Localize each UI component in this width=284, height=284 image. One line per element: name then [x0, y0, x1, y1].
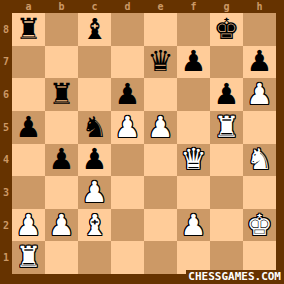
square-d1[interactable]: [111, 241, 144, 274]
square-c1[interactable]: [78, 241, 111, 274]
square-h5[interactable]: [243, 111, 276, 144]
square-g5[interactable]: ♜: [210, 111, 243, 144]
square-b1[interactable]: [45, 241, 78, 274]
square-g3[interactable]: [210, 176, 243, 209]
square-a3[interactable]: [12, 176, 45, 209]
square-a8[interactable]: ♜: [12, 13, 45, 46]
black-pawn-g6: ♟: [214, 80, 240, 109]
square-b7[interactable]: [45, 46, 78, 79]
square-h3[interactable]: [243, 176, 276, 209]
rank-label-2: 2: [0, 209, 12, 242]
black-king-g8: ♚: [214, 15, 240, 44]
chess-board-diagram: abcdefgh 87654321 ♜♝♚♛♟♟♜♟♟♟♟♞♟♟♜♟♟♛♞♟♟♟…: [0, 0, 284, 284]
white-pawn-h6: ♟: [247, 80, 273, 109]
rank-label-3: 3: [0, 176, 12, 209]
square-e4[interactable]: [144, 144, 177, 177]
file-labels: abcdefgh: [12, 0, 276, 13]
square-e2[interactable]: [144, 209, 177, 242]
rank-label-5: 5: [0, 111, 12, 144]
square-b5[interactable]: [45, 111, 78, 144]
file-label-a: a: [12, 0, 45, 13]
square-f2[interactable]: ♟: [177, 209, 210, 242]
square-d6[interactable]: ♟: [111, 78, 144, 111]
file-label-g: g: [210, 0, 243, 13]
square-h6[interactable]: ♟: [243, 78, 276, 111]
rank-label-6: 6: [0, 78, 12, 111]
square-b8[interactable]: [45, 13, 78, 46]
square-c4[interactable]: ♟: [78, 144, 111, 177]
square-h8[interactable]: [243, 13, 276, 46]
white-rook-g5: ♜: [214, 113, 240, 142]
black-queen-e7: ♛: [148, 47, 174, 76]
square-e8[interactable]: [144, 13, 177, 46]
black-rook-a8: ♜: [16, 15, 42, 44]
board: ♜♝♚♛♟♟♜♟♟♟♟♞♟♟♜♟♟♛♞♟♟♟♝♟♚♜: [12, 13, 276, 274]
square-g4[interactable]: [210, 144, 243, 177]
square-a5[interactable]: ♟: [12, 111, 45, 144]
square-e5[interactable]: ♟: [144, 111, 177, 144]
square-g8[interactable]: ♚: [210, 13, 243, 46]
square-f7[interactable]: ♟: [177, 46, 210, 79]
black-pawn-h7: ♟: [247, 47, 273, 76]
file-label-h: h: [243, 0, 276, 13]
square-d7[interactable]: [111, 46, 144, 79]
white-pawn-c3: ♟: [82, 178, 108, 207]
square-a4[interactable]: [12, 144, 45, 177]
file-label-f: f: [177, 0, 210, 13]
square-b4[interactable]: ♟: [45, 144, 78, 177]
white-king-h2: ♚: [247, 211, 273, 240]
square-f4[interactable]: ♛: [177, 144, 210, 177]
white-pawn-f2: ♟: [181, 211, 207, 240]
square-g2[interactable]: [210, 209, 243, 242]
square-f3[interactable]: [177, 176, 210, 209]
square-f5[interactable]: [177, 111, 210, 144]
square-f8[interactable]: [177, 13, 210, 46]
watermark: CHESSGAMES.COM: [186, 270, 282, 284]
black-pawn-d6: ♟: [115, 80, 141, 109]
square-c2[interactable]: ♝: [78, 209, 111, 242]
square-h7[interactable]: ♟: [243, 46, 276, 79]
square-d5[interactable]: ♟: [111, 111, 144, 144]
black-bishop-c8: ♝: [82, 15, 108, 44]
square-f6[interactable]: [177, 78, 210, 111]
file-label-e: e: [144, 0, 177, 13]
white-knight-h4: ♞: [247, 145, 273, 174]
square-a2[interactable]: ♟: [12, 209, 45, 242]
square-d4[interactable]: [111, 144, 144, 177]
square-e3[interactable]: [144, 176, 177, 209]
rank-labels: 87654321: [0, 13, 12, 274]
white-pawn-e5: ♟: [148, 113, 174, 142]
square-c3[interactable]: ♟: [78, 176, 111, 209]
square-h4[interactable]: ♞: [243, 144, 276, 177]
square-d8[interactable]: [111, 13, 144, 46]
square-e6[interactable]: [144, 78, 177, 111]
square-g6[interactable]: ♟: [210, 78, 243, 111]
square-d2[interactable]: [111, 209, 144, 242]
square-e7[interactable]: ♛: [144, 46, 177, 79]
black-pawn-b4: ♟: [49, 145, 75, 174]
rank-label-7: 7: [0, 46, 12, 79]
black-rook-b6: ♜: [49, 80, 75, 109]
square-d3[interactable]: [111, 176, 144, 209]
white-queen-f4: ♛: [181, 145, 207, 174]
rank-label-8: 8: [0, 13, 12, 46]
rank-label-4: 4: [0, 144, 12, 177]
white-pawn-d5: ♟: [115, 113, 141, 142]
square-h2[interactable]: ♚: [243, 209, 276, 242]
square-b3[interactable]: [45, 176, 78, 209]
black-pawn-a5: ♟: [16, 113, 42, 142]
black-pawn-f7: ♟: [181, 47, 207, 76]
square-e1[interactable]: [144, 241, 177, 274]
square-b6[interactable]: ♜: [45, 78, 78, 111]
square-a6[interactable]: [12, 78, 45, 111]
square-c7[interactable]: [78, 46, 111, 79]
square-a7[interactable]: [12, 46, 45, 79]
square-b2[interactable]: ♟: [45, 209, 78, 242]
white-pawn-a2: ♟: [16, 211, 42, 240]
black-pawn-c4: ♟: [82, 145, 108, 174]
square-c6[interactable]: [78, 78, 111, 111]
black-knight-c5: ♞: [82, 113, 108, 142]
square-g7[interactable]: [210, 46, 243, 79]
square-c8[interactable]: ♝: [78, 13, 111, 46]
white-bishop-c2: ♝: [82, 211, 108, 240]
white-rook-a1: ♜: [16, 243, 42, 272]
file-label-d: d: [111, 0, 144, 13]
file-label-c: c: [78, 0, 111, 13]
square-a1[interactable]: ♜: [12, 241, 45, 274]
rank-label-1: 1: [0, 241, 12, 274]
file-label-b: b: [45, 0, 78, 13]
white-pawn-b2: ♟: [49, 211, 75, 240]
square-c5[interactable]: ♞: [78, 111, 111, 144]
